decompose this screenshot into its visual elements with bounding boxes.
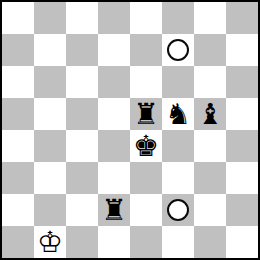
square-b1[interactable]: ♔ bbox=[34, 226, 66, 258]
square-d4[interactable] bbox=[98, 130, 130, 162]
square-e6[interactable] bbox=[130, 66, 162, 98]
square-f3[interactable] bbox=[162, 162, 194, 194]
square-a8[interactable] bbox=[2, 2, 34, 34]
square-h3[interactable] bbox=[226, 162, 258, 194]
square-d1[interactable] bbox=[98, 226, 130, 258]
square-g1[interactable] bbox=[194, 226, 226, 258]
square-c2[interactable] bbox=[66, 194, 98, 226]
square-e2[interactable] bbox=[130, 194, 162, 226]
square-d5[interactable] bbox=[98, 98, 130, 130]
square-b2[interactable] bbox=[34, 194, 66, 226]
square-a1[interactable] bbox=[2, 226, 34, 258]
square-a3[interactable] bbox=[2, 162, 34, 194]
square-h4[interactable] bbox=[226, 130, 258, 162]
square-b8[interactable] bbox=[34, 2, 66, 34]
square-d6[interactable] bbox=[98, 66, 130, 98]
square-d3[interactable] bbox=[98, 162, 130, 194]
square-f8[interactable] bbox=[162, 2, 194, 34]
square-h2[interactable] bbox=[226, 194, 258, 226]
chess-diagram: ♜♞♝♚♜♔ bbox=[0, 0, 260, 260]
square-a6[interactable] bbox=[2, 66, 34, 98]
square-e8[interactable] bbox=[130, 2, 162, 34]
black-rook[interactable]: ♜ bbox=[101, 194, 127, 226]
square-e7[interactable] bbox=[130, 34, 162, 66]
square-h7[interactable] bbox=[226, 34, 258, 66]
square-g6[interactable] bbox=[194, 66, 226, 98]
square-h1[interactable] bbox=[226, 226, 258, 258]
square-f6[interactable] bbox=[162, 66, 194, 98]
square-d8[interactable] bbox=[98, 2, 130, 34]
square-g3[interactable] bbox=[194, 162, 226, 194]
square-b7[interactable] bbox=[34, 34, 66, 66]
square-f1[interactable] bbox=[162, 226, 194, 258]
square-f2[interactable] bbox=[162, 194, 194, 226]
square-e3[interactable] bbox=[130, 162, 162, 194]
square-g4[interactable] bbox=[194, 130, 226, 162]
square-b6[interactable] bbox=[34, 66, 66, 98]
square-g7[interactable] bbox=[194, 34, 226, 66]
black-knight[interactable]: ♞ bbox=[165, 98, 191, 130]
square-a5[interactable] bbox=[2, 98, 34, 130]
black-king[interactable]: ♚ bbox=[133, 130, 159, 162]
square-a4[interactable] bbox=[2, 130, 34, 162]
square-b3[interactable] bbox=[34, 162, 66, 194]
square-e1[interactable] bbox=[130, 226, 162, 258]
square-b4[interactable] bbox=[34, 130, 66, 162]
square-c6[interactable] bbox=[66, 66, 98, 98]
square-g2[interactable] bbox=[194, 194, 226, 226]
chess-board: ♜♞♝♚♜♔ bbox=[0, 0, 260, 260]
square-a7[interactable] bbox=[2, 34, 34, 66]
white-circle-marker bbox=[167, 199, 189, 221]
square-g8[interactable] bbox=[194, 2, 226, 34]
square-f5[interactable]: ♞ bbox=[162, 98, 194, 130]
square-a2[interactable] bbox=[2, 194, 34, 226]
square-c8[interactable] bbox=[66, 2, 98, 34]
square-c5[interactable] bbox=[66, 98, 98, 130]
square-c4[interactable] bbox=[66, 130, 98, 162]
square-e4[interactable]: ♚ bbox=[130, 130, 162, 162]
square-c1[interactable] bbox=[66, 226, 98, 258]
square-h8[interactable] bbox=[226, 2, 258, 34]
square-g5[interactable]: ♝ bbox=[194, 98, 226, 130]
square-h5[interactable] bbox=[226, 98, 258, 130]
square-d7[interactable] bbox=[98, 34, 130, 66]
square-e5[interactable]: ♜ bbox=[130, 98, 162, 130]
square-c7[interactable] bbox=[66, 34, 98, 66]
square-d2[interactable]: ♜ bbox=[98, 194, 130, 226]
black-bishop[interactable]: ♝ bbox=[197, 98, 223, 130]
black-rook[interactable]: ♜ bbox=[133, 98, 159, 130]
square-f7[interactable] bbox=[162, 34, 194, 66]
square-h6[interactable] bbox=[226, 66, 258, 98]
white-circle-marker bbox=[167, 39, 189, 61]
square-c3[interactable] bbox=[66, 162, 98, 194]
square-b5[interactable] bbox=[34, 98, 66, 130]
white-king[interactable]: ♔ bbox=[37, 226, 63, 258]
square-f4[interactable] bbox=[162, 130, 194, 162]
